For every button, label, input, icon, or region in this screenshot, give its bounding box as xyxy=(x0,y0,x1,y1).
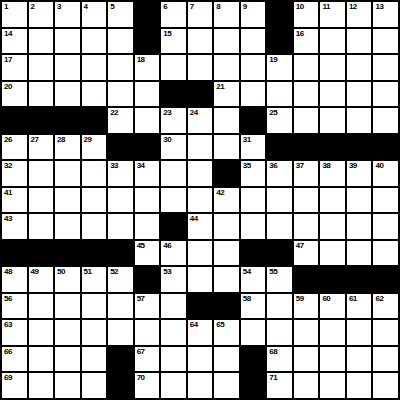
cell-r8c13[interactable] xyxy=(320,188,345,213)
block-r12c8 xyxy=(188,294,213,319)
clue-number-3: 3 xyxy=(57,2,61,12)
cell-r2c14[interactable] xyxy=(347,29,372,54)
cell-r8c7[interactable] xyxy=(161,188,186,213)
clue-number-15: 15 xyxy=(163,29,171,39)
cell-r5c8[interactable]: 24 xyxy=(188,108,213,133)
block-r10c2 xyxy=(29,241,54,266)
block-r2c11 xyxy=(267,29,292,54)
cell-r15c6[interactable]: 70 xyxy=(135,373,160,398)
clue-number-52: 52 xyxy=(110,267,118,277)
cell-r10c6[interactable]: 45 xyxy=(135,241,160,266)
cell-r15c11[interactable]: 71 xyxy=(267,373,292,398)
clue-number-45: 45 xyxy=(137,241,145,251)
cell-r13c3[interactable] xyxy=(55,320,80,345)
cell-r9c5[interactable] xyxy=(108,214,133,239)
cell-r3c9[interactable] xyxy=(214,55,239,80)
cell-r5c11[interactable]: 25 xyxy=(267,108,292,133)
clue-number-19: 19 xyxy=(269,55,277,65)
block-r5c4 xyxy=(82,108,107,133)
cell-r8c5[interactable] xyxy=(108,188,133,213)
cell-r4c3[interactable] xyxy=(55,82,80,107)
clue-number-23: 23 xyxy=(163,108,171,118)
cell-r15c7[interactable] xyxy=(161,373,186,398)
cell-r5c14[interactable] xyxy=(347,108,372,133)
cell-r6c4[interactable]: 29 xyxy=(82,135,107,160)
block-r10c5 xyxy=(108,241,133,266)
clue-number-22: 22 xyxy=(110,108,118,118)
cell-r8c9[interactable]: 42 xyxy=(214,188,239,213)
cell-r5c7[interactable]: 23 xyxy=(161,108,186,133)
cell-r1c14[interactable]: 12 xyxy=(347,2,372,27)
crossword-grid: 1234567891011121314151617181920212223242… xyxy=(0,0,400,400)
cell-r9c6[interactable] xyxy=(135,214,160,239)
block-r10c11 xyxy=(267,241,292,266)
cell-r14c4[interactable] xyxy=(82,347,107,372)
clue-number-59: 59 xyxy=(296,294,304,304)
cell-r2c4[interactable] xyxy=(82,29,107,54)
cell-r11c10[interactable]: 54 xyxy=(241,267,266,292)
clue-number-66: 66 xyxy=(4,347,12,357)
clue-number-64: 64 xyxy=(190,320,198,330)
cell-r8c4[interactable] xyxy=(82,188,107,213)
cell-r8c15[interactable] xyxy=(373,188,398,213)
clue-number-12: 12 xyxy=(349,2,357,12)
cell-r14c1[interactable]: 66 xyxy=(2,347,27,372)
cell-r11c8[interactable] xyxy=(188,267,213,292)
clue-number-58: 58 xyxy=(243,294,251,304)
cell-r7c1[interactable]: 32 xyxy=(2,161,27,186)
cell-r12c7[interactable] xyxy=(161,294,186,319)
clue-number-54: 54 xyxy=(243,267,251,277)
cell-r13c8[interactable]: 64 xyxy=(188,320,213,345)
block-r15c5 xyxy=(108,373,133,398)
cell-r3c6[interactable]: 18 xyxy=(135,55,160,80)
clue-number-35: 35 xyxy=(243,161,251,171)
cell-r8c3[interactable] xyxy=(55,188,80,213)
clue-number-32: 32 xyxy=(4,161,12,171)
cell-r12c15[interactable]: 62 xyxy=(373,294,398,319)
cell-r11c5[interactable]: 52 xyxy=(108,267,133,292)
cell-r14c14[interactable] xyxy=(347,347,372,372)
cell-r13c6[interactable] xyxy=(135,320,160,345)
cell-r14c12[interactable] xyxy=(294,347,319,372)
block-r6c14 xyxy=(347,135,372,160)
block-r15c10 xyxy=(241,373,266,398)
clue-number-18: 18 xyxy=(137,55,145,65)
block-r14c5 xyxy=(108,347,133,372)
cell-r6c9[interactable] xyxy=(214,135,239,160)
cell-r8c2[interactable] xyxy=(29,188,54,213)
block-r11c6 xyxy=(135,267,160,292)
cell-r8c14[interactable] xyxy=(347,188,372,213)
cell-r1c3[interactable]: 3 xyxy=(55,2,80,27)
cell-r4c13[interactable] xyxy=(320,82,345,107)
clue-number-4: 4 xyxy=(84,2,88,12)
clue-number-42: 42 xyxy=(216,188,224,198)
clue-number-61: 61 xyxy=(349,294,357,304)
cell-r8c12[interactable] xyxy=(294,188,319,213)
cell-r3c5[interactable] xyxy=(108,55,133,80)
block-r4c8 xyxy=(188,82,213,107)
cell-r5c5[interactable]: 22 xyxy=(108,108,133,133)
cell-r13c14[interactable] xyxy=(347,320,372,345)
clue-number-50: 50 xyxy=(57,267,65,277)
cell-r4c9[interactable]: 21 xyxy=(214,82,239,107)
cell-r15c15[interactable] xyxy=(373,373,398,398)
cell-r11c7[interactable]: 53 xyxy=(161,267,186,292)
block-r5c3 xyxy=(55,108,80,133)
cell-r2c5[interactable] xyxy=(108,29,133,54)
cell-r6c7[interactable]: 30 xyxy=(161,135,186,160)
cell-r9c8[interactable]: 44 xyxy=(188,214,213,239)
cell-r4c10[interactable] xyxy=(241,82,266,107)
cell-r14c6[interactable]: 67 xyxy=(135,347,160,372)
cell-r11c9[interactable] xyxy=(214,267,239,292)
cell-r15c3[interactable] xyxy=(55,373,80,398)
cell-r7c3[interactable] xyxy=(55,161,80,186)
clue-number-5: 5 xyxy=(110,2,114,12)
clue-number-36: 36 xyxy=(269,161,277,171)
block-r6c15 xyxy=(373,135,398,160)
clue-number-37: 37 xyxy=(296,161,304,171)
cell-r10c12[interactable]: 47 xyxy=(294,241,319,266)
clue-number-41: 41 xyxy=(4,188,12,198)
cell-r4c15[interactable] xyxy=(373,82,398,107)
cell-r5c6[interactable] xyxy=(135,108,160,133)
cell-r15c12[interactable] xyxy=(294,373,319,398)
cell-r12c4[interactable] xyxy=(82,294,107,319)
block-r5c2 xyxy=(29,108,54,133)
clue-number-30: 30 xyxy=(163,135,171,145)
cell-r1c12[interactable]: 10 xyxy=(294,2,319,27)
cell-r8c11[interactable] xyxy=(267,188,292,213)
clue-number-56: 56 xyxy=(4,294,12,304)
clue-number-68: 68 xyxy=(269,347,277,357)
cell-r3c11[interactable]: 19 xyxy=(267,55,292,80)
cell-r9c9[interactable] xyxy=(214,214,239,239)
clue-number-48: 48 xyxy=(4,267,12,277)
cell-r7c5[interactable]: 33 xyxy=(108,161,133,186)
cell-r7c14[interactable]: 39 xyxy=(347,161,372,186)
clue-number-31: 31 xyxy=(243,135,251,145)
cell-r9c14[interactable] xyxy=(347,214,372,239)
clue-number-38: 38 xyxy=(322,161,330,171)
clue-number-10: 10 xyxy=(296,2,304,12)
clue-number-55: 55 xyxy=(269,267,277,277)
cell-r4c14[interactable] xyxy=(347,82,372,107)
cell-r8c10[interactable] xyxy=(241,188,266,213)
cell-r7c13[interactable]: 38 xyxy=(320,161,345,186)
cell-r13c9[interactable]: 65 xyxy=(214,320,239,345)
cell-r4c11[interactable] xyxy=(267,82,292,107)
cell-r5c13[interactable] xyxy=(320,108,345,133)
cell-r11c1[interactable]: 48 xyxy=(2,267,27,292)
clue-number-13: 13 xyxy=(375,2,383,12)
block-r14c10 xyxy=(241,347,266,372)
cell-r7c2[interactable] xyxy=(29,161,54,186)
cell-r2c9[interactable] xyxy=(214,29,239,54)
cell-r9c13[interactable] xyxy=(320,214,345,239)
cell-r7c4[interactable] xyxy=(82,161,107,186)
cell-r3c10[interactable] xyxy=(241,55,266,80)
cell-r15c13[interactable] xyxy=(320,373,345,398)
cell-r13c5[interactable] xyxy=(108,320,133,345)
cell-r10c9[interactable] xyxy=(214,241,239,266)
clue-number-57: 57 xyxy=(137,294,145,304)
cell-r3c8[interactable] xyxy=(188,55,213,80)
cell-r1c10[interactable]: 9 xyxy=(241,2,266,27)
cell-r7c6[interactable]: 34 xyxy=(135,161,160,186)
block-r4c7 xyxy=(161,82,186,107)
cell-r9c1[interactable]: 43 xyxy=(2,214,27,239)
clue-number-9: 9 xyxy=(243,2,247,12)
block-r1c6 xyxy=(135,2,160,27)
cell-r2c2[interactable] xyxy=(29,29,54,54)
clue-number-44: 44 xyxy=(190,214,198,224)
clue-number-24: 24 xyxy=(190,108,198,118)
clue-number-8: 8 xyxy=(216,2,220,12)
block-r10c10 xyxy=(241,241,266,266)
cell-r7c11[interactable]: 36 xyxy=(267,161,292,186)
block-r5c10 xyxy=(241,108,266,133)
clue-number-71: 71 xyxy=(269,373,277,383)
cell-r13c11[interactable] xyxy=(267,320,292,345)
clue-number-46: 46 xyxy=(163,241,171,251)
cell-r1c15[interactable]: 13 xyxy=(373,2,398,27)
block-r11c15 xyxy=(373,267,398,292)
cell-r1c7[interactable]: 6 xyxy=(161,2,186,27)
clue-number-34: 34 xyxy=(137,161,145,171)
cell-r12c1[interactable]: 56 xyxy=(2,294,27,319)
cell-r12c12[interactable]: 59 xyxy=(294,294,319,319)
cell-r9c10[interactable] xyxy=(241,214,266,239)
block-r11c14 xyxy=(347,267,372,292)
cell-r9c11[interactable] xyxy=(267,214,292,239)
clue-number-16: 16 xyxy=(296,29,304,39)
cell-r4c5[interactable] xyxy=(108,82,133,107)
cell-r7c10[interactable]: 35 xyxy=(241,161,266,186)
cell-r14c11[interactable]: 68 xyxy=(267,347,292,372)
cell-r8c1[interactable]: 41 xyxy=(2,188,27,213)
cell-r13c2[interactable] xyxy=(29,320,54,345)
cell-r10c14[interactable] xyxy=(347,241,372,266)
block-r10c3 xyxy=(55,241,80,266)
cell-r6c10[interactable]: 31 xyxy=(241,135,266,160)
cell-r13c10[interactable] xyxy=(241,320,266,345)
cell-r4c2[interactable] xyxy=(29,82,54,107)
cell-r3c7[interactable] xyxy=(161,55,186,80)
block-r2c6 xyxy=(135,29,160,54)
block-r6c12 xyxy=(294,135,319,160)
cell-r1c4[interactable]: 4 xyxy=(82,2,107,27)
block-r11c12 xyxy=(294,267,319,292)
cell-r14c7[interactable] xyxy=(161,347,186,372)
cell-r2c7[interactable]: 15 xyxy=(161,29,186,54)
cell-r10c13[interactable] xyxy=(320,241,345,266)
cell-r12c11[interactable] xyxy=(267,294,292,319)
cell-r2c10[interactable] xyxy=(241,29,266,54)
cell-r1c8[interactable]: 7 xyxy=(188,2,213,27)
cell-r15c9[interactable] xyxy=(214,373,239,398)
cell-r3c1[interactable]: 17 xyxy=(2,55,27,80)
cell-r11c3[interactable]: 50 xyxy=(55,267,80,292)
clue-number-39: 39 xyxy=(349,161,357,171)
clue-number-20: 20 xyxy=(4,82,12,92)
cell-r14c3[interactable] xyxy=(55,347,80,372)
cell-r10c8[interactable] xyxy=(188,241,213,266)
cell-r3c12[interactable] xyxy=(294,55,319,80)
cell-r14c15[interactable] xyxy=(373,347,398,372)
clue-number-1: 1 xyxy=(4,2,8,12)
cell-r12c2[interactable] xyxy=(29,294,54,319)
cell-r1c13[interactable]: 11 xyxy=(320,2,345,27)
cell-r7c8[interactable] xyxy=(188,161,213,186)
clue-number-62: 62 xyxy=(375,294,383,304)
clue-number-21: 21 xyxy=(216,82,224,92)
block-r7c9 xyxy=(214,161,239,186)
cell-r5c15[interactable] xyxy=(373,108,398,133)
clue-number-65: 65 xyxy=(216,320,224,330)
cell-r6c3[interactable]: 28 xyxy=(55,135,80,160)
clue-number-26: 26 xyxy=(4,135,12,145)
cell-r14c2[interactable] xyxy=(29,347,54,372)
cell-r14c9[interactable] xyxy=(214,347,239,372)
cell-r12c10[interactable]: 58 xyxy=(241,294,266,319)
clue-number-60: 60 xyxy=(322,294,330,304)
cell-r3c2[interactable] xyxy=(29,55,54,80)
cell-r13c7[interactable] xyxy=(161,320,186,345)
cell-r12c14[interactable]: 61 xyxy=(347,294,372,319)
clue-number-25: 25 xyxy=(269,108,277,118)
cell-r13c4[interactable] xyxy=(82,320,107,345)
cell-r9c12[interactable] xyxy=(294,214,319,239)
block-r11c13 xyxy=(320,267,345,292)
cell-r4c12[interactable] xyxy=(294,82,319,107)
cell-r7c7[interactable] xyxy=(161,161,186,186)
cell-r5c12[interactable] xyxy=(294,108,319,133)
cell-r3c4[interactable] xyxy=(82,55,107,80)
cell-r1c2[interactable]: 2 xyxy=(29,2,54,27)
clue-number-53: 53 xyxy=(163,267,171,277)
block-r9c7 xyxy=(161,214,186,239)
cell-r13c12[interactable] xyxy=(294,320,319,345)
cell-r3c3[interactable] xyxy=(55,55,80,80)
cell-r3c15[interactable] xyxy=(373,55,398,80)
cell-r2c1[interactable]: 14 xyxy=(2,29,27,54)
cell-r11c4[interactable]: 51 xyxy=(82,267,107,292)
cell-r6c8[interactable] xyxy=(188,135,213,160)
cell-r12c6[interactable]: 57 xyxy=(135,294,160,319)
cell-r13c15[interactable] xyxy=(373,320,398,345)
cell-r15c14[interactable] xyxy=(347,373,372,398)
cell-r4c1[interactable]: 20 xyxy=(2,82,27,107)
clue-number-6: 6 xyxy=(163,2,167,12)
cell-r10c7[interactable]: 46 xyxy=(161,241,186,266)
block-r6c6 xyxy=(135,135,160,160)
cell-r7c12[interactable]: 37 xyxy=(294,161,319,186)
cell-r9c3[interactable] xyxy=(55,214,80,239)
cell-r2c3[interactable] xyxy=(55,29,80,54)
clue-number-2: 2 xyxy=(31,2,35,12)
block-r6c13 xyxy=(320,135,345,160)
cell-r1c1[interactable]: 1 xyxy=(2,2,27,27)
clue-number-28: 28 xyxy=(57,135,65,145)
cell-r9c4[interactable] xyxy=(82,214,107,239)
cell-r14c13[interactable] xyxy=(320,347,345,372)
cell-r3c14[interactable] xyxy=(347,55,372,80)
clue-number-17: 17 xyxy=(4,55,12,65)
clue-number-43: 43 xyxy=(4,214,12,224)
cell-r8c6[interactable] xyxy=(135,188,160,213)
cell-r13c1[interactable]: 63 xyxy=(2,320,27,345)
block-r6c11 xyxy=(267,135,292,160)
cell-r6c2[interactable]: 27 xyxy=(29,135,54,160)
block-r12c9 xyxy=(214,294,239,319)
block-r1c11 xyxy=(267,2,292,27)
cell-r12c13[interactable]: 60 xyxy=(320,294,345,319)
cell-r2c13[interactable] xyxy=(320,29,345,54)
cell-r10c15[interactable] xyxy=(373,241,398,266)
cell-r1c9[interactable]: 8 xyxy=(214,2,239,27)
cell-r1c5[interactable]: 5 xyxy=(108,2,133,27)
clue-number-67: 67 xyxy=(137,347,145,357)
clue-number-11: 11 xyxy=(322,2,329,12)
cell-r3c13[interactable] xyxy=(320,55,345,80)
cell-r9c2[interactable] xyxy=(29,214,54,239)
clue-number-49: 49 xyxy=(31,267,39,277)
clue-number-69: 69 xyxy=(4,373,12,383)
cell-r15c2[interactable] xyxy=(29,373,54,398)
block-r10c4 xyxy=(82,241,107,266)
cell-r2c8[interactable] xyxy=(188,29,213,54)
clue-number-40: 40 xyxy=(375,161,383,171)
cell-r13c13[interactable] xyxy=(320,320,345,345)
clue-number-63: 63 xyxy=(4,320,12,330)
cell-r4c4[interactable] xyxy=(82,82,107,107)
cell-r15c1[interactable]: 69 xyxy=(2,373,27,398)
clue-number-70: 70 xyxy=(137,373,145,383)
clue-number-47: 47 xyxy=(296,241,304,251)
cell-r5c9[interactable] xyxy=(214,108,239,133)
clue-number-33: 33 xyxy=(110,161,118,171)
cell-r4c6[interactable] xyxy=(135,82,160,107)
cell-r2c12[interactable]: 16 xyxy=(294,29,319,54)
block-r10c1 xyxy=(2,241,27,266)
cell-r6c1[interactable]: 26 xyxy=(2,135,27,160)
block-r5c1 xyxy=(2,108,27,133)
clue-number-29: 29 xyxy=(84,135,92,145)
clue-number-51: 51 xyxy=(84,267,92,277)
cell-r14c8[interactable] xyxy=(188,347,213,372)
cell-r12c3[interactable] xyxy=(55,294,80,319)
cell-r11c11[interactable]: 55 xyxy=(267,267,292,292)
cell-r2c15[interactable] xyxy=(373,29,398,54)
cell-r7c15[interactable]: 40 xyxy=(373,161,398,186)
cell-r8c8[interactable] xyxy=(188,188,213,213)
clue-number-27: 27 xyxy=(31,135,39,145)
cell-r15c8[interactable] xyxy=(188,373,213,398)
clue-number-7: 7 xyxy=(190,2,194,12)
cell-r12c5[interactable] xyxy=(108,294,133,319)
cell-r9c15[interactable] xyxy=(373,214,398,239)
clue-number-14: 14 xyxy=(4,29,12,39)
cell-r11c2[interactable]: 49 xyxy=(29,267,54,292)
cell-r15c4[interactable] xyxy=(82,373,107,398)
block-r6c5 xyxy=(108,135,133,160)
